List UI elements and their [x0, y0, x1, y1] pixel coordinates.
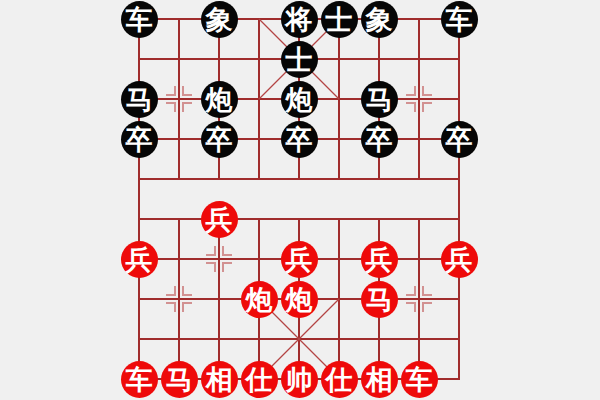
red-soldier-piece[interactable]: 兵 — [441, 241, 478, 278]
red-soldier-piece[interactable]: 兵 — [281, 241, 318, 278]
black-advisor-piece[interactable]: 士 — [321, 1, 358, 38]
black-general-piece[interactable]: 将 — [281, 1, 318, 38]
red-soldier-piece[interactable]: 兵 — [361, 241, 398, 278]
red-horse-piece[interactable]: 马 — [161, 361, 198, 398]
black-elephant-piece[interactable]: 象 — [201, 1, 238, 38]
red-cannon-piece[interactable]: 炮 — [281, 281, 318, 318]
black-soldier-piece[interactable]: 卒 — [121, 121, 158, 158]
red-chariot-piece[interactable]: 车 — [121, 361, 158, 398]
red-cannon-piece[interactable]: 炮 — [241, 281, 278, 318]
black-soldier-piece[interactable]: 卒 — [281, 121, 318, 158]
black-soldier-piece[interactable]: 卒 — [201, 121, 238, 158]
red-general-piece[interactable]: 帅 — [281, 361, 318, 398]
black-elephant-piece[interactable]: 象 — [361, 1, 398, 38]
red-elephant-piece[interactable]: 相 — [361, 361, 398, 398]
black-chariot-piece[interactable]: 车 — [441, 1, 478, 38]
red-soldier-piece[interactable]: 兵 — [201, 201, 238, 238]
black-soldier-piece[interactable]: 卒 — [361, 121, 398, 158]
red-advisor-piece[interactable]: 仕 — [241, 361, 278, 398]
board-intersections-grid: 车象将士象车士马炮炮马卒卒卒卒卒兵兵兵兵兵炮炮马车马相仕帅仕相车 — [119, 0, 479, 399]
black-cannon-piece[interactable]: 炮 — [201, 81, 238, 118]
black-advisor-piece[interactable]: 士 — [281, 41, 318, 78]
black-horse-piece[interactable]: 马 — [121, 81, 158, 118]
black-horse-piece[interactable]: 马 — [361, 81, 398, 118]
red-horse-piece[interactable]: 马 — [361, 281, 398, 318]
black-chariot-piece[interactable]: 车 — [121, 1, 158, 38]
xiangqi-board: 车象将士象车士马炮炮马卒卒卒卒卒兵兵兵兵兵炮炮马车马相仕帅仕相车 — [0, 0, 600, 400]
red-advisor-piece[interactable]: 仕 — [321, 361, 358, 398]
black-soldier-piece[interactable]: 卒 — [441, 121, 478, 158]
red-elephant-piece[interactable]: 相 — [201, 361, 238, 398]
red-chariot-piece[interactable]: 车 — [401, 361, 438, 398]
black-cannon-piece[interactable]: 炮 — [281, 81, 318, 118]
red-soldier-piece[interactable]: 兵 — [121, 241, 158, 278]
